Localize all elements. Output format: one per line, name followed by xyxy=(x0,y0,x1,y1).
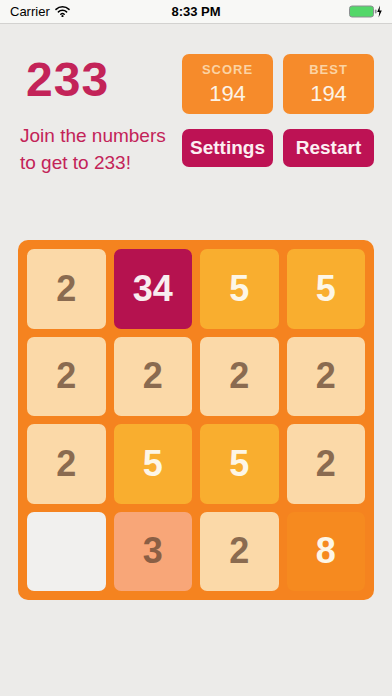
restart-button[interactable]: Restart xyxy=(283,129,374,167)
battery-charging-icon xyxy=(349,5,382,18)
game-board[interactable]: 2345522222552328 xyxy=(18,240,374,600)
tile-2: 2 xyxy=(114,337,193,417)
wifi-icon xyxy=(55,6,70,17)
score-box: SCORE 194 xyxy=(182,54,273,114)
tile-5: 5 xyxy=(114,424,193,504)
app-screen: Carrier 8:33 PM 233 xyxy=(0,0,392,696)
tile-2: 2 xyxy=(27,249,106,329)
tile-34: 34 xyxy=(114,249,193,329)
header: 233 Join the numbers to get to 233! SCOR… xyxy=(18,54,374,176)
tile-2: 2 xyxy=(200,337,279,417)
tile-2: 2 xyxy=(27,337,106,417)
page-title: 233 xyxy=(26,54,178,106)
score-label: SCORE xyxy=(202,62,253,77)
best-box: BEST 194 xyxy=(283,54,374,114)
tile-5: 5 xyxy=(287,249,366,329)
tagline: Join the numbers to get to 233! xyxy=(20,122,178,176)
tile-2: 2 xyxy=(200,512,279,592)
tile-2: 2 xyxy=(287,337,366,417)
tagline-line2: to get to 233! xyxy=(20,149,178,176)
best-label: BEST xyxy=(309,62,348,77)
score-value: 194 xyxy=(209,81,246,107)
best-value: 194 xyxy=(310,81,347,107)
tile-5: 5 xyxy=(200,249,279,329)
tagline-line1: Join the numbers xyxy=(20,122,178,149)
tile-empty xyxy=(27,512,106,592)
carrier-label: Carrier xyxy=(10,4,50,19)
tile-3: 3 xyxy=(114,512,193,592)
tile-5: 5 xyxy=(200,424,279,504)
tile-8: 8 xyxy=(287,512,366,592)
settings-button[interactable]: Settings xyxy=(182,129,273,167)
status-bar: Carrier 8:33 PM xyxy=(0,0,392,24)
tile-2: 2 xyxy=(27,424,106,504)
tile-2: 2 xyxy=(287,424,366,504)
